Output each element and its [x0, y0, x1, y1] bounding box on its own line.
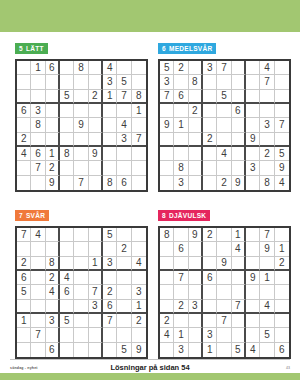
sudoku-cell [260, 285, 274, 299]
sudoku-cell [174, 228, 188, 242]
sudoku-cell: 4 [60, 271, 74, 285]
sudoku-cell [232, 328, 246, 342]
sudoku-puzzle-5: 5 LÄTT 1684355217863189423746189729786 [15, 37, 145, 192]
sudoku-cell [31, 343, 45, 357]
sudoku-cell: 7 [260, 75, 274, 89]
sudoku-cell: 5 [60, 314, 74, 328]
sudoku-cell: 7 [217, 61, 231, 75]
sudoku-cell [117, 271, 131, 285]
sudoku-cell [132, 161, 146, 175]
sudoku-cell [160, 242, 174, 256]
sudoku-cell: 2 [89, 90, 103, 104]
sudoku-cell [160, 176, 174, 190]
sudoku-cell: 4 [103, 61, 117, 75]
sudoku-cell [189, 176, 203, 190]
sudoku-cell: 1 [275, 242, 289, 256]
sudoku-cell [174, 314, 188, 328]
sudoku-cell: 3 [174, 176, 188, 190]
sudoku-cell: 1 [17, 314, 31, 328]
sudoku-cell [189, 90, 203, 104]
sudoku-cell [17, 118, 31, 132]
sudoku-cell: 5 [275, 147, 289, 161]
sudoku-cell [189, 118, 203, 132]
sudoku-cell: 7 [232, 300, 246, 314]
sudoku-cell [74, 133, 88, 147]
sudoku-cell [74, 161, 88, 175]
sudoku-cell: 4 [232, 242, 246, 256]
sudoku-cell [46, 104, 60, 118]
sudoku-cell [31, 314, 45, 328]
sudoku-cell [246, 104, 260, 118]
sudoku-cell: 9 [46, 176, 60, 190]
sudoku-puzzle-8: 8 DJÄVULSK 89217649192769123742741353154… [158, 204, 288, 359]
sudoku-cell [260, 257, 274, 271]
sudoku-cell: 2 [174, 300, 188, 314]
sudoku-cell: 4 [117, 118, 131, 132]
sudoku-cell: 5 [117, 343, 131, 357]
sudoku-cell [89, 161, 103, 175]
sudoku-cell [217, 242, 231, 256]
sudoku-cell: 5 [217, 90, 231, 104]
sudoku-cell: 4 [260, 300, 274, 314]
sudoku-cell [117, 61, 131, 75]
sudoku-cell [232, 285, 246, 299]
sudoku-cell: 5 [260, 328, 274, 342]
sudoku-cell [117, 228, 131, 242]
sudoku-cell: 7 [117, 90, 131, 104]
sudoku-cell [232, 133, 246, 147]
sudoku-cell [232, 118, 246, 132]
sudoku-cell [189, 314, 203, 328]
sudoku-cell [74, 90, 88, 104]
difficulty-badge-svar: 7 SVÅR [15, 210, 49, 221]
sudoku-cell [89, 328, 103, 342]
sudoku-cell: 8 [46, 257, 60, 271]
sudoku-cell [275, 285, 289, 299]
sudoku-board-djavulsk: 892176491927691237427413531546 [158, 226, 291, 359]
sudoku-cell: 5 [160, 61, 174, 75]
sudoku-cell [17, 343, 31, 357]
puzzle-number: 5 [19, 45, 23, 52]
sudoku-cell [275, 61, 289, 75]
sudoku-cell: 7 [160, 90, 174, 104]
sudoku-cell [117, 161, 131, 175]
sudoku-cell [31, 90, 45, 104]
sudoku-cell: 5 [232, 343, 246, 357]
sudoku-cell: 2 [132, 314, 146, 328]
sudoku-cell [117, 257, 131, 271]
sudoku-puzzle-7: 7 SVÅR 745228134624546723361135727659 [15, 204, 145, 359]
sudoku-cell [60, 104, 74, 118]
sudoku-cell [31, 242, 45, 256]
sudoku-cell [203, 90, 217, 104]
sudoku-cell [46, 300, 60, 314]
sudoku-cell: 6 [31, 147, 45, 161]
sudoku-cell: 5 [117, 75, 131, 89]
sudoku-cell: 9 [275, 161, 289, 175]
sudoku-cell: 6 [103, 300, 117, 314]
sudoku-cell [275, 228, 289, 242]
sudoku-cell [74, 242, 88, 256]
sudoku-cell: 7 [17, 228, 31, 242]
sudoku-cell [174, 285, 188, 299]
sudoku-cell [217, 133, 231, 147]
sudoku-cell [89, 228, 103, 242]
sudoku-cell [275, 133, 289, 147]
sudoku-cell [31, 257, 45, 271]
puzzle-number: 7 [19, 212, 23, 219]
sudoku-cell [217, 228, 231, 242]
sudoku-cell: 7 [275, 118, 289, 132]
sudoku-cell [74, 328, 88, 342]
sudoku-cell: 1 [232, 228, 246, 242]
sudoku-cell: 5 [103, 228, 117, 242]
sudoku-cell [189, 285, 203, 299]
sudoku-cell [103, 328, 117, 342]
sudoku-cell [17, 328, 31, 342]
sudoku-cell [103, 161, 117, 175]
sudoku-cell: 9 [217, 257, 231, 271]
sudoku-cell [189, 328, 203, 342]
sudoku-cell: 2 [203, 133, 217, 147]
sudoku-cell [203, 242, 217, 256]
sudoku-cell [46, 75, 60, 89]
sudoku-cell [246, 314, 260, 328]
sudoku-cell: 1 [89, 257, 103, 271]
sudoku-cell [60, 75, 74, 89]
sudoku-cell: 2 [46, 271, 60, 285]
sudoku-cell: 1 [132, 104, 146, 118]
sudoku-cell [60, 161, 74, 175]
sudoku-cell [217, 118, 231, 132]
sudoku-cell [217, 300, 231, 314]
sudoku-cell: 5 [17, 285, 31, 299]
sudoku-cell [132, 228, 146, 242]
sudoku-cell: 8 [103, 176, 117, 190]
sudoku-cell [203, 75, 217, 89]
sudoku-cell [160, 104, 174, 118]
sudoku-cell [232, 271, 246, 285]
sudoku-cell: 3 [89, 300, 103, 314]
sudoku-cell [132, 328, 146, 342]
sudoku-cell: 3 [103, 257, 117, 271]
sudoku-cell [103, 147, 117, 161]
sudoku-cell [189, 61, 203, 75]
sudoku-cell [203, 147, 217, 161]
sudoku-cell [246, 75, 260, 89]
sudoku-cell: 8 [189, 75, 203, 89]
sudoku-cell [103, 104, 117, 118]
sudoku-cell: 5 [60, 90, 74, 104]
sudoku-cell [189, 343, 203, 357]
sudoku-cell [31, 285, 45, 299]
sudoku-cell [246, 228, 260, 242]
sudoku-cell [103, 343, 117, 357]
difficulty-label: MEDELSVÅR [169, 45, 213, 52]
sudoku-cell [232, 161, 246, 175]
sudoku-cell: 2 [217, 176, 231, 190]
sudoku-cell: 8 [60, 147, 74, 161]
sudoku-cell [89, 271, 103, 285]
sudoku-cell [189, 161, 203, 175]
sudoku-cell [132, 147, 146, 161]
sudoku-cell: 9 [246, 133, 260, 147]
sudoku-cell [46, 242, 60, 256]
solutions-note: Lösningar på sidan 54 [10, 363, 290, 372]
sudoku-cell [232, 90, 246, 104]
sudoku-cell [260, 161, 274, 175]
sudoku-cell [74, 343, 88, 357]
sudoku-cell: 4 [246, 343, 260, 357]
sudoku-cell [246, 328, 260, 342]
sudoku-cell [232, 257, 246, 271]
sudoku-cell [117, 147, 131, 161]
sudoku-cell: 2 [203, 228, 217, 242]
sudoku-cell [60, 118, 74, 132]
sudoku-cell [60, 228, 74, 242]
sudoku-cell [46, 228, 60, 242]
sudoku-cell [74, 147, 88, 161]
footer: söndag - nyhet Lösningar på sidan 54 43 [10, 362, 290, 373]
sudoku-cell [132, 271, 146, 285]
sudoku-cell: 4 [17, 147, 31, 161]
sudoku-cell: 6 [174, 90, 188, 104]
sudoku-cell: 1 [46, 147, 60, 161]
sudoku-cell: 2 [174, 61, 188, 75]
footer-divider [10, 359, 290, 360]
sudoku-cell: 6 [117, 176, 131, 190]
sudoku-cell [117, 285, 131, 299]
top-decoration-band [0, 0, 300, 32]
sudoku-cell: 2 [275, 257, 289, 271]
sudoku-cell [275, 90, 289, 104]
sudoku-cell: 4 [260, 61, 274, 75]
sudoku-board-medelsvar: 523743877652691372942583932984 [158, 59, 291, 192]
difficulty-label: DJÄVULSK [169, 212, 206, 219]
difficulty-label: SVÅR [26, 212, 45, 219]
sudoku-cell: 6 [203, 271, 217, 285]
bottom-decoration-band [0, 373, 300, 380]
sudoku-cell [60, 300, 74, 314]
sudoku-cell [60, 257, 74, 271]
sudoku-cell [17, 90, 31, 104]
sudoku-cell [17, 242, 31, 256]
sudoku-cell [160, 343, 174, 357]
sudoku-cell: 7 [174, 271, 188, 285]
sudoku-cell [74, 104, 88, 118]
sudoku-cell: 6 [275, 343, 289, 357]
sudoku-cell: 9 [232, 176, 246, 190]
sudoku-cell [275, 271, 289, 285]
sudoku-cell: 4 [160, 328, 174, 342]
sudoku-cell: 3 [174, 343, 188, 357]
sudoku-cell: 8 [74, 61, 88, 75]
sudoku-cell: 3 [117, 133, 131, 147]
difficulty-badge-latt: 5 LÄTT [15, 43, 48, 54]
sudoku-cell [74, 285, 88, 299]
sudoku-cell [89, 176, 103, 190]
sudoku-cell: 3 [203, 61, 217, 75]
sudoku-cell [60, 343, 74, 357]
sudoku-cell: 2 [17, 133, 31, 147]
sudoku-cell: 1 [103, 90, 117, 104]
sudoku-cell: 6 [232, 104, 246, 118]
sudoku-cell [60, 176, 74, 190]
sudoku-cell [46, 133, 60, 147]
sudoku-cell [203, 118, 217, 132]
sudoku-cell [246, 118, 260, 132]
puzzle-number: 6 [162, 45, 166, 52]
sudoku-cell [46, 90, 60, 104]
sudoku-cell: 1 [174, 328, 188, 342]
sudoku-cell: 9 [89, 147, 103, 161]
sudoku-cell: 3 [132, 285, 146, 299]
sudoku-cell: 7 [132, 133, 146, 147]
difficulty-label: LÄTT [26, 45, 44, 52]
sudoku-cell [232, 61, 246, 75]
sudoku-cell: 2 [17, 257, 31, 271]
sudoku-cell [174, 257, 188, 271]
sudoku-cell [174, 133, 188, 147]
sudoku-cell: 2 [103, 285, 117, 299]
sudoku-cell [89, 75, 103, 89]
sudoku-cell [60, 133, 74, 147]
sudoku-cell [132, 118, 146, 132]
sudoku-cell [260, 133, 274, 147]
sudoku-cell [246, 90, 260, 104]
sudoku-cell: 3 [103, 75, 117, 89]
difficulty-badge-medelsvar: 6 MEDELSVÅR [158, 43, 216, 54]
sudoku-cell [103, 118, 117, 132]
sudoku-cell [17, 61, 31, 75]
sudoku-board-svar: 745228134624546723361135727659 [15, 226, 148, 359]
sudoku-cell [74, 314, 88, 328]
sudoku-cell [203, 285, 217, 299]
sudoku-cell: 7 [31, 161, 45, 175]
sudoku-cell: 3 [246, 161, 260, 175]
sudoku-cell [74, 228, 88, 242]
sudoku-cell: 8 [132, 90, 146, 104]
sudoku-cell [46, 118, 60, 132]
sudoku-cell [217, 271, 231, 285]
sudoku-cell: 9 [246, 271, 260, 285]
sudoku-cell [74, 300, 88, 314]
sudoku-cell [60, 61, 74, 75]
sudoku-cell [232, 75, 246, 89]
sudoku-cell [275, 104, 289, 118]
sudoku-cell [246, 257, 260, 271]
sudoku-cell [217, 328, 231, 342]
sudoku-cell: 6 [17, 271, 31, 285]
sudoku-cell [189, 242, 203, 256]
sudoku-cell [74, 257, 88, 271]
sudoku-cell [103, 242, 117, 256]
sudoku-cell [203, 300, 217, 314]
puzzle-number: 8 [162, 212, 166, 219]
sudoku-cell [117, 314, 131, 328]
sudoku-cell [189, 133, 203, 147]
sudoku-cell: 1 [260, 271, 274, 285]
sudoku-cell [246, 61, 260, 75]
sudoku-cell: 7 [217, 314, 231, 328]
sudoku-cell [246, 147, 260, 161]
sudoku-cell [246, 285, 260, 299]
sudoku-cell [103, 271, 117, 285]
sudoku-cell: 9 [189, 228, 203, 242]
sudoku-cell: 3 [189, 300, 203, 314]
sudoku-cell: 4 [217, 147, 231, 161]
sudoku-cell [46, 328, 60, 342]
sudoku-cell [160, 161, 174, 175]
sudoku-cell: 9 [260, 242, 274, 256]
sudoku-cell [132, 176, 146, 190]
sudoku-cell: 8 [31, 118, 45, 132]
sudoku-cell [260, 104, 274, 118]
sudoku-cell [89, 104, 103, 118]
sudoku-cell: 2 [46, 161, 60, 175]
sudoku-cell: 2 [260, 147, 274, 161]
sudoku-cell: 1 [132, 300, 146, 314]
sudoku-cell [174, 104, 188, 118]
sudoku-cell: 7 [89, 285, 103, 299]
sudoku-cell [89, 314, 103, 328]
sudoku-cell [160, 271, 174, 285]
sudoku-cell: 8 [174, 161, 188, 175]
sudoku-cell: 3 [160, 75, 174, 89]
sudoku-cell: 2 [117, 242, 131, 256]
sudoku-cell: 9 [132, 343, 146, 357]
sudoku-cell [260, 343, 274, 357]
sudoku-cell [31, 75, 45, 89]
sudoku-cell: 1 [31, 61, 45, 75]
sudoku-cell [275, 75, 289, 89]
sudoku-cell: 4 [31, 228, 45, 242]
sudoku-cell: 3 [203, 328, 217, 342]
sudoku-cell [74, 271, 88, 285]
sudoku-cell [203, 176, 217, 190]
sudoku-cell [232, 314, 246, 328]
sudoku-cell: 2 [189, 104, 203, 118]
sudoku-cell [217, 285, 231, 299]
sudoku-cell [160, 300, 174, 314]
sudoku-cell [89, 133, 103, 147]
sudoku-cell [203, 161, 217, 175]
sudoku-cell [189, 257, 203, 271]
sudoku-cell: 3 [46, 314, 60, 328]
sudoku-cell [217, 343, 231, 357]
sudoku-cell [203, 257, 217, 271]
sudoku-cell: 6 [174, 242, 188, 256]
sudoku-cell [31, 271, 45, 285]
sudoku-cell [17, 75, 31, 89]
sudoku-cell: 9 [160, 118, 174, 132]
sudoku-cell: 7 [31, 328, 45, 342]
sudoku-cell [117, 104, 131, 118]
sudoku-cell [89, 343, 103, 357]
sudoku-cell [89, 118, 103, 132]
sudoku-cell: 3 [260, 118, 274, 132]
sudoku-cell [60, 242, 74, 256]
sudoku-cell [275, 314, 289, 328]
sudoku-cell [160, 285, 174, 299]
sudoku-cell: 7 [74, 176, 88, 190]
sudoku-cell: 3 [31, 104, 45, 118]
sudoku-cell [17, 161, 31, 175]
sudoku-cell: 4 [46, 285, 60, 299]
sudoku-cell [132, 61, 146, 75]
sudoku-cell [17, 300, 31, 314]
sudoku-cell [260, 90, 274, 104]
